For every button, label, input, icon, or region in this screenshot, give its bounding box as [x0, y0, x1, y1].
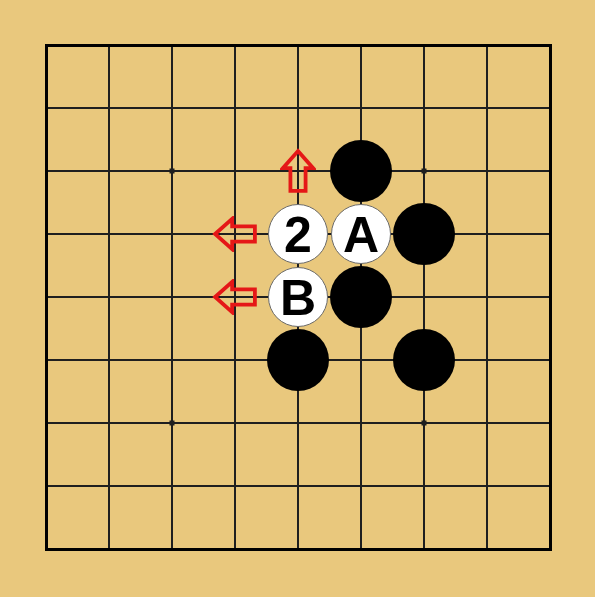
- intersection-f2[interactable]: [330, 455, 393, 518]
- intersection-f8[interactable]: [330, 77, 393, 140]
- intersection-h5[interactable]: [456, 266, 519, 329]
- arrow-left-icon: [212, 279, 258, 315]
- intersection-d3[interactable]: [204, 392, 267, 455]
- intersection-g5[interactable]: [393, 266, 456, 329]
- intersection-d2[interactable]: [204, 455, 267, 518]
- intersection-c9[interactable]: [141, 14, 204, 77]
- stone-label-f6: A: [343, 210, 379, 260]
- intersection-a5[interactable]: [15, 266, 78, 329]
- intersection-c2[interactable]: [141, 455, 204, 518]
- intersection-j4[interactable]: [519, 329, 582, 392]
- intersection-e1[interactable]: [267, 518, 330, 581]
- white-stone-e5: B: [268, 267, 328, 327]
- intersection-e9[interactable]: [267, 14, 330, 77]
- intersection-b1[interactable]: [78, 518, 141, 581]
- intersection-a2[interactable]: [15, 455, 78, 518]
- intersection-j1[interactable]: [519, 518, 582, 581]
- intersection-g2[interactable]: [393, 455, 456, 518]
- intersection-b7[interactable]: [78, 140, 141, 203]
- intersection-e4[interactable]: [267, 329, 330, 392]
- intersection-b4[interactable]: [78, 329, 141, 392]
- white-stone-f6: A: [331, 204, 391, 264]
- intersection-e5[interactable]: B: [267, 266, 330, 329]
- intersection-j5[interactable]: [519, 266, 582, 329]
- intersection-c5[interactable]: [141, 266, 204, 329]
- white-stone-e6: 2: [268, 204, 328, 264]
- intersection-a7[interactable]: [15, 140, 78, 203]
- intersection-h6[interactable]: [456, 203, 519, 266]
- intersection-h3[interactable]: [456, 392, 519, 455]
- intersection-c8[interactable]: [141, 77, 204, 140]
- black-stone-g4: [393, 329, 455, 391]
- intersection-c6[interactable]: [141, 203, 204, 266]
- intersection-g7[interactable]: [393, 140, 456, 203]
- intersection-c7[interactable]: [141, 140, 204, 203]
- intersection-h7[interactable]: [456, 140, 519, 203]
- intersection-d9[interactable]: [204, 14, 267, 77]
- intersection-f7[interactable]: [330, 140, 393, 203]
- intersection-c4[interactable]: [141, 329, 204, 392]
- intersection-d4[interactable]: [204, 329, 267, 392]
- intersection-h2[interactable]: [456, 455, 519, 518]
- intersection-d1[interactable]: [204, 518, 267, 581]
- intersection-g9[interactable]: [393, 14, 456, 77]
- intersection-j9[interactable]: [519, 14, 582, 77]
- intersection-e3[interactable]: [267, 392, 330, 455]
- black-stone-g6: [393, 203, 455, 265]
- intersection-d6[interactable]: [204, 203, 267, 266]
- intersection-e6[interactable]: 2: [267, 203, 330, 266]
- go-board: 2AB: [15, 14, 582, 581]
- arrow-up-icon: [280, 148, 316, 194]
- black-stone-e4: [267, 329, 329, 391]
- intersection-j2[interactable]: [519, 455, 582, 518]
- intersection-a3[interactable]: [15, 392, 78, 455]
- go-diagram: 2AB: [0, 0, 595, 597]
- intersection-g8[interactable]: [393, 77, 456, 140]
- intersection-e8[interactable]: [267, 77, 330, 140]
- intersection-f9[interactable]: [330, 14, 393, 77]
- black-stone-f5: [330, 266, 392, 328]
- intersection-g3[interactable]: [393, 392, 456, 455]
- intersection-b5[interactable]: [78, 266, 141, 329]
- intersection-b8[interactable]: [78, 77, 141, 140]
- intersection-j8[interactable]: [519, 77, 582, 140]
- intersection-g4[interactable]: [393, 329, 456, 392]
- arrow-left-icon: [212, 216, 258, 252]
- intersection-f4[interactable]: [330, 329, 393, 392]
- intersection-e7[interactable]: [267, 140, 330, 203]
- intersection-g1[interactable]: [393, 518, 456, 581]
- intersection-d5[interactable]: [204, 266, 267, 329]
- intersection-b6[interactable]: [78, 203, 141, 266]
- intersection-h1[interactable]: [456, 518, 519, 581]
- intersection-c1[interactable]: [141, 518, 204, 581]
- stone-label-e5: B: [280, 273, 316, 323]
- intersection-b9[interactable]: [78, 14, 141, 77]
- intersection-a1[interactable]: [15, 518, 78, 581]
- intersection-a9[interactable]: [15, 14, 78, 77]
- intersection-f5[interactable]: [330, 266, 393, 329]
- intersection-c3[interactable]: [141, 392, 204, 455]
- black-stone-f7: [330, 140, 392, 202]
- intersection-j6[interactable]: [519, 203, 582, 266]
- intersection-f1[interactable]: [330, 518, 393, 581]
- intersection-b2[interactable]: [78, 455, 141, 518]
- intersection-g6[interactable]: [393, 203, 456, 266]
- intersection-a6[interactable]: [15, 203, 78, 266]
- intersection-j3[interactable]: [519, 392, 582, 455]
- stone-label-e6: 2: [284, 210, 312, 260]
- intersection-a8[interactable]: [15, 77, 78, 140]
- intersection-e2[interactable]: [267, 455, 330, 518]
- intersection-b3[interactable]: [78, 392, 141, 455]
- intersection-h9[interactable]: [456, 14, 519, 77]
- intersection-a4[interactable]: [15, 329, 78, 392]
- intersection-j7[interactable]: [519, 140, 582, 203]
- intersection-f3[interactable]: [330, 392, 393, 455]
- intersection-f6[interactable]: A: [330, 203, 393, 266]
- intersection-d8[interactable]: [204, 77, 267, 140]
- intersection-h8[interactable]: [456, 77, 519, 140]
- intersection-h4[interactable]: [456, 329, 519, 392]
- intersection-d7[interactable]: [204, 140, 267, 203]
